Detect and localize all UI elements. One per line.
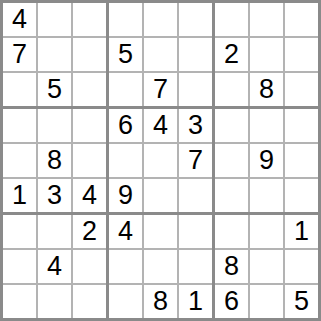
cell-r5c3[interactable] [73,144,106,177]
cell-r2c4[interactable]: 5 [109,38,142,71]
box-5: 64379 [109,109,212,212]
cell-r5c7[interactable] [215,144,248,177]
cell-r3c4[interactable] [109,73,142,106]
cell-r7c1[interactable] [3,215,36,248]
cell-r7c3[interactable]: 2 [73,215,106,248]
box-4: 8134 [3,109,106,212]
cell-r4c5[interactable]: 4 [144,109,177,142]
cell-r1c3[interactable] [73,3,106,36]
cell-r3c7[interactable] [215,73,248,106]
cell-r5c4[interactable] [109,144,142,177]
cell-r9c1[interactable] [3,285,36,318]
cell-r9c5[interactable]: 8 [144,285,177,318]
cell-r1c7[interactable] [215,3,248,36]
cell-r2c5[interactable] [144,38,177,71]
cell-r9c2[interactable] [38,285,71,318]
cell-r5c9[interactable] [285,144,318,177]
cell-r8c9[interactable] [285,250,318,283]
cell-r8c8[interactable] [250,250,283,283]
cell-r3c3[interactable] [73,73,106,106]
cell-r5c5[interactable] [144,144,177,177]
sudoku-page: 475 57 28 8134 64379 9 24 481 1865 [0,0,321,321]
cell-r3c2[interactable]: 5 [38,73,71,106]
cell-r4c6[interactable]: 3 [179,109,212,142]
cell-r7c2[interactable] [38,215,71,248]
cell-r7c8[interactable] [250,215,283,248]
cell-r7c4[interactable]: 4 [109,215,142,248]
cell-r9c8[interactable] [250,285,283,318]
cell-r5c6[interactable]: 7 [179,144,212,177]
cell-r8c2[interactable]: 4 [38,250,71,283]
cell-r3c8[interactable]: 8 [250,73,283,106]
cell-r5c8[interactable]: 9 [250,144,283,177]
cell-r4c1[interactable] [3,109,36,142]
cell-r6c4[interactable]: 9 [109,179,142,212]
cell-r8c5[interactable] [144,250,177,283]
cell-r6c2[interactable]: 3 [38,179,71,212]
box-1: 475 [3,3,106,106]
cell-r7c5[interactable] [144,215,177,248]
cell-r5c1[interactable] [3,144,36,177]
cell-r2c7[interactable]: 2 [215,38,248,71]
cell-r2c6[interactable] [179,38,212,71]
cell-r7c9[interactable]: 1 [285,215,318,248]
cell-r4c9[interactable] [285,109,318,142]
cell-r9c3[interactable] [73,285,106,318]
cell-r4c2[interactable] [38,109,71,142]
cell-r5c2[interactable]: 8 [38,144,71,177]
cell-r1c2[interactable] [38,3,71,36]
cell-r8c3[interactable] [73,250,106,283]
cell-r8c7[interactable]: 8 [215,250,248,283]
cell-r3c5[interactable]: 7 [144,73,177,106]
cell-r8c1[interactable] [3,250,36,283]
cell-r2c9[interactable] [285,38,318,71]
cell-r2c3[interactable] [73,38,106,71]
cell-r2c2[interactable] [38,38,71,71]
sudoku-board: 475 57 28 8134 64379 9 24 481 1865 [0,0,321,321]
box-7: 24 [3,215,106,318]
cell-r3c9[interactable] [285,73,318,106]
cell-r9c6[interactable]: 1 [179,285,212,318]
cell-r2c8[interactable] [250,38,283,71]
cell-r9c9[interactable]: 5 [285,285,318,318]
cell-r8c4[interactable] [109,250,142,283]
cell-r9c7[interactable]: 6 [215,285,248,318]
cell-r6c6[interactable] [179,179,212,212]
box-3: 28 [215,3,318,106]
cell-r1c5[interactable] [144,3,177,36]
cell-r4c3[interactable] [73,109,106,142]
cell-r7c6[interactable] [179,215,212,248]
cell-r3c1[interactable] [3,73,36,106]
cell-r3c6[interactable] [179,73,212,106]
cell-r8c6[interactable] [179,250,212,283]
cell-r6c5[interactable] [144,179,177,212]
cell-r2c1[interactable]: 7 [3,38,36,71]
cell-r9c4[interactable] [109,285,142,318]
box-2: 57 [109,3,212,106]
cell-r1c9[interactable] [285,3,318,36]
cell-r7c7[interactable] [215,215,248,248]
cell-r6c7[interactable] [215,179,248,212]
cell-r1c6[interactable] [179,3,212,36]
box-8: 481 [109,215,212,318]
cell-r6c9[interactable] [285,179,318,212]
cell-r6c1[interactable]: 1 [3,179,36,212]
cell-r6c8[interactable] [250,179,283,212]
cell-r1c4[interactable] [109,3,142,36]
cell-r4c7[interactable] [215,109,248,142]
cell-r4c8[interactable] [250,109,283,142]
cell-r1c8[interactable] [250,3,283,36]
box-6: 9 [215,109,318,212]
cell-r4c4[interactable]: 6 [109,109,142,142]
cell-r6c3[interactable]: 4 [73,179,106,212]
box-9: 1865 [215,215,318,318]
cell-r1c1[interactable]: 4 [3,3,36,36]
